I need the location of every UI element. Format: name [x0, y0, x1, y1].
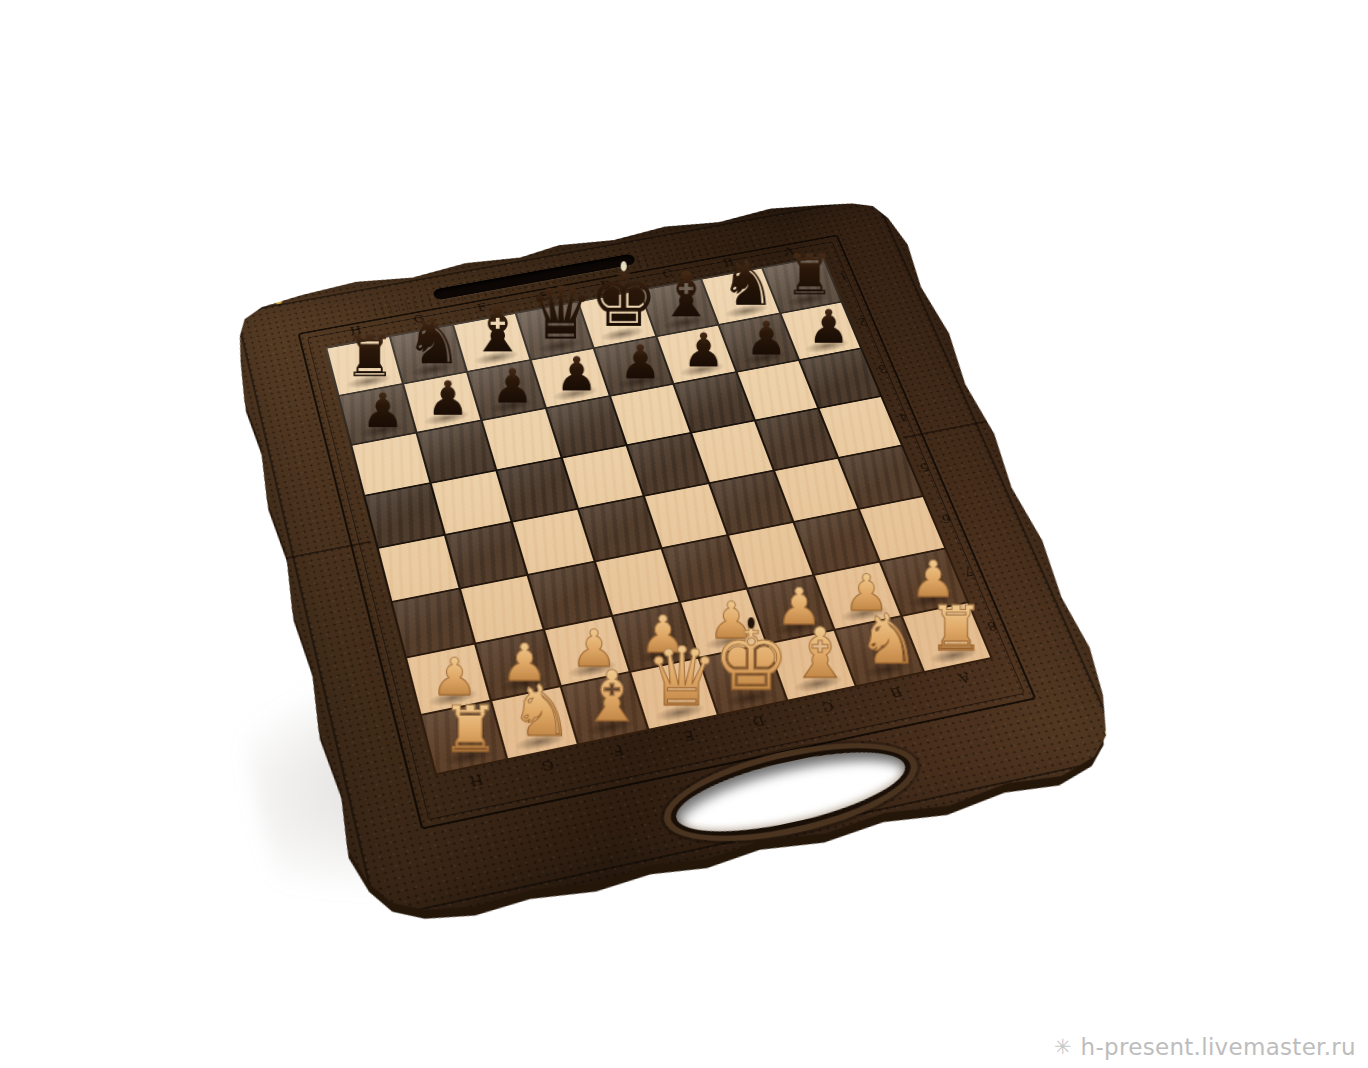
- piece-dark-pawn[interactable]: ♟: [683, 327, 725, 374]
- piece-dark-knight[interactable]: ♞: [406, 310, 463, 373]
- rosette-icon: ✳: [1054, 1035, 1072, 1059]
- piece-light-king[interactable]: ♚: [713, 617, 790, 702]
- product-photo: HGFEDCBAHGFEDCBA12345678 ♜♞♝♛♚♝♞♜♟♟♟♟♟♟♟…: [0, 0, 1368, 1068]
- chess-case: HGFEDCBAHGFEDCBA12345678 ♜♞♝♛♚♝♞♜♟♟♟♟♟♟♟…: [218, 184, 1149, 939]
- piece-light-bishop[interactable]: ♝: [789, 619, 851, 688]
- piece-dark-pawn[interactable]: ♟: [555, 350, 597, 397]
- square-a6[interactable]: [352, 433, 429, 494]
- piece-light-rook[interactable]: ♜: [442, 698, 499, 762]
- piece-dark-queen[interactable]: ♛: [528, 277, 593, 350]
- piece-dark-king[interactable]: ♚: [589, 261, 658, 338]
- piece-light-knight[interactable]: ♞: [510, 676, 573, 747]
- brass-pin: [728, 212, 736, 218]
- piece-light-knight[interactable]: ♞: [857, 605, 919, 674]
- square-b4[interactable]: [446, 522, 526, 587]
- piece-dark-bishop[interactable]: ♝: [658, 264, 714, 326]
- square-a1[interactable]: ♜: [422, 701, 506, 772]
- king-finial: [748, 617, 755, 628]
- piece-dark-pawn[interactable]: ♟: [491, 362, 534, 410]
- piece-dark-pawn[interactable]: ♟: [427, 374, 470, 422]
- piece-dark-rook[interactable]: ♜: [344, 328, 395, 385]
- king-finial: [621, 261, 627, 271]
- piece-light-bishop[interactable]: ♝: [580, 662, 643, 732]
- piece-dark-pawn[interactable]: ♟: [361, 387, 404, 435]
- square-a7[interactable]: ♟: [340, 384, 416, 443]
- piece-dark-pawn[interactable]: ♟: [745, 315, 787, 362]
- square-b1[interactable]: ♞: [492, 687, 576, 758]
- watermark-text: h-present.livemaster.ru: [1081, 1034, 1356, 1060]
- piece-dark-rook[interactable]: ♜: [784, 247, 834, 303]
- square-c1[interactable]: ♝: [562, 673, 647, 743]
- piece-dark-bishop[interactable]: ♝: [469, 298, 526, 361]
- piece-dark-pawn[interactable]: ♟: [619, 338, 661, 385]
- piece-light-queen[interactable]: ♛: [645, 636, 718, 717]
- square-b5[interactable]: [432, 471, 511, 534]
- watermark: ✳ h-present.livemaster.ru: [1054, 1034, 1356, 1060]
- piece-dark-knight[interactable]: ♞: [720, 253, 776, 315]
- square-d1[interactable]: ♛: [631, 658, 716, 728]
- brass-pin: [389, 916, 399, 925]
- piece-dark-pawn[interactable]: ♟: [808, 303, 850, 350]
- piece-light-rook[interactable]: ♜: [928, 598, 984, 660]
- board-scene: HGFEDCBAHGFEDCBA12345678 ♜♞♝♛♚♝♞♜♟♟♟♟♟♟♟…: [210, 172, 910, 912]
